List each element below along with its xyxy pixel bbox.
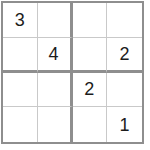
cell-r3c2[interactable] (38, 73, 73, 108)
cell-r4c3[interactable] (73, 107, 108, 142)
cell-r2c2[interactable]: 4 (38, 38, 73, 73)
cell-r3c1[interactable] (3, 73, 38, 108)
cell-r2c1[interactable] (3, 38, 38, 73)
cell-r3c4[interactable] (107, 73, 142, 108)
cell-r1c2[interactable] (38, 3, 73, 38)
cell-r4c2[interactable] (38, 107, 73, 142)
cell-r3c3[interactable]: 2 (73, 73, 108, 108)
cell-r2c3[interactable] (73, 38, 108, 73)
cell-r1c3[interactable] (73, 3, 108, 38)
cell-r1c4[interactable] (107, 3, 142, 38)
cell-r1c1[interactable]: 3 (3, 3, 38, 38)
sudoku-board: 3 4 2 2 1 (1, 1, 144, 144)
cell-r2c4[interactable]: 2 (107, 38, 142, 73)
cell-r4c1[interactable] (3, 107, 38, 142)
cell-r4c4[interactable]: 1 (107, 107, 142, 142)
